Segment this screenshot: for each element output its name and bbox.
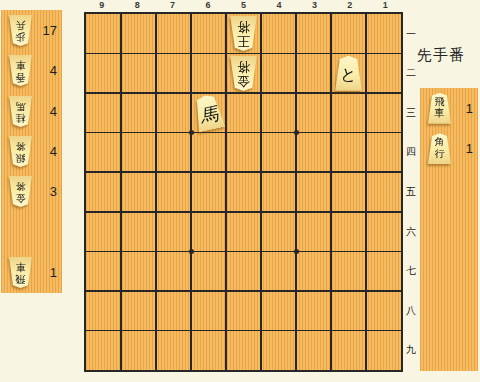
square-67[interactable] [191, 251, 226, 291]
gote-hand-count-銀将: 4 [50, 144, 57, 159]
piece-kanji: 金 [237, 74, 250, 88]
hoshi-dot [294, 249, 299, 254]
rank-label-8: 八 [404, 291, 418, 331]
square-96[interactable] [86, 212, 121, 252]
piece-kanji: 将 [237, 20, 250, 34]
shogi-board: 王将金将馬と [84, 12, 403, 372]
occupied-square-22: と [331, 54, 366, 94]
grid-line-horizontal [86, 171, 401, 173]
piece-wrapper: 王将 [226, 14, 261, 54]
square-14[interactable] [366, 133, 401, 173]
square-37[interactable] [296, 251, 331, 291]
piece-kanji: 車 [435, 107, 445, 119]
shogi-piece-香車-gote[interactable]: 香車 [8, 55, 33, 86]
piece-wrapper: 銀将 [8, 136, 33, 167]
sente-hand-tray: 飛車1角行1 [420, 88, 478, 371]
occupied-square-63: 馬 [191, 93, 226, 133]
square-35[interactable] [296, 172, 331, 212]
rank-label-1: 一 [404, 14, 418, 54]
shogi-piece-馬-sente[interactable]: 馬 [191, 93, 227, 133]
sente-hand-slot [420, 331, 478, 371]
occupied-square-51: 王将 [226, 14, 261, 54]
square-13[interactable] [366, 93, 401, 133]
turn-indicator: 先手番 [417, 46, 465, 65]
square-15[interactable] [366, 172, 401, 212]
file-label-5: 5 [226, 0, 261, 11]
square-99[interactable] [86, 330, 121, 370]
square-64[interactable] [191, 133, 226, 173]
square-16[interactable] [366, 212, 401, 252]
square-49[interactable] [261, 330, 296, 370]
square-59[interactable] [226, 330, 261, 370]
rank-label-6: 六 [404, 212, 418, 252]
rank-label-2: 二 [404, 54, 418, 94]
piece-kanji: 桂 [16, 112, 26, 124]
piece-wrapper: 桂馬 [8, 96, 33, 127]
square-72[interactable] [156, 54, 191, 94]
square-69[interactable] [191, 330, 226, 370]
piece-wrapper: 飛車 [8, 257, 33, 288]
shogi-piece-王将-gote[interactable]: 王将 [229, 16, 258, 51]
square-39[interactable] [296, 330, 331, 370]
sente-hand-slot: 飛車1 [420, 88, 478, 128]
piece-kanji: 歩 [16, 31, 26, 43]
square-17[interactable] [366, 251, 401, 291]
piece-kanji: 金 [16, 193, 26, 205]
piece-kanji: 馬 [198, 104, 219, 125]
piece-wrapper: 飛車 [427, 93, 452, 124]
square-76[interactable] [156, 212, 191, 252]
shogi-piece-歩兵-gote[interactable]: 歩兵 [8, 15, 33, 46]
file-label-1: 1 [368, 0, 403, 11]
gote-hand-count-金将: 3 [50, 184, 57, 199]
piece-wrapper: 金将 [8, 176, 33, 207]
square-31[interactable] [296, 14, 331, 54]
square-73[interactable] [156, 93, 191, 133]
rank-label-5: 五 [404, 172, 418, 212]
square-91[interactable] [86, 14, 121, 54]
rank-label-3: 三 [404, 93, 418, 133]
square-32[interactable] [296, 54, 331, 94]
file-label-6: 6 [190, 0, 225, 11]
square-56[interactable] [226, 212, 261, 252]
piece-kanji: 香 [16, 72, 26, 84]
square-97[interactable] [86, 251, 121, 291]
square-38[interactable] [296, 291, 331, 331]
square-25[interactable] [331, 172, 366, 212]
square-24[interactable] [331, 133, 366, 173]
shogi-piece-金将-gote[interactable]: 金将 [8, 176, 33, 207]
gote-hand-slot: 金将3 [1, 172, 62, 212]
piece-kanji: 銀 [16, 152, 26, 164]
gote-hand-count-香車: 4 [50, 63, 57, 78]
piece-kanji: 車 [16, 60, 26, 72]
gote-hand-slot [1, 212, 62, 252]
square-61[interactable] [191, 14, 226, 54]
square-87[interactable] [121, 251, 156, 291]
square-42[interactable] [261, 54, 296, 94]
piece-wrapper: 馬 [191, 93, 226, 133]
hoshi-dot [294, 130, 299, 135]
shogi-piece-飛車-sente[interactable]: 飛車 [427, 93, 452, 124]
piece-wrapper: 香車 [8, 55, 33, 86]
square-21[interactable] [331, 14, 366, 54]
piece-kanji: と [340, 67, 356, 83]
square-95[interactable] [86, 172, 121, 212]
file-label-4: 4 [261, 0, 296, 11]
rank-labels: 一二三四五六七八九 [404, 14, 418, 370]
square-33[interactable] [296, 93, 331, 133]
grid-line-vertical [120, 14, 122, 370]
gote-hand-tray: 歩兵17香車4桂馬4銀将4金将3飛車1 [1, 10, 62, 293]
square-62[interactable] [191, 54, 226, 94]
square-44[interactable] [261, 133, 296, 173]
rank-label-4: 四 [404, 133, 418, 173]
piece-wrapper: と [331, 54, 366, 94]
shogi-piece-桂馬-gote[interactable]: 桂馬 [8, 96, 33, 127]
occupied-square-52: 金将 [226, 54, 261, 94]
square-53[interactable] [226, 93, 261, 133]
grid-line-horizontal [86, 251, 401, 253]
piece-wrapper: 金将 [226, 54, 261, 94]
square-29[interactable] [331, 330, 366, 370]
square-77[interactable] [156, 251, 191, 291]
file-label-2: 2 [332, 0, 367, 11]
gote-hand-count-桂馬: 4 [50, 104, 57, 119]
shogi-piece-銀将-gote[interactable]: 銀将 [8, 136, 33, 167]
gote-hand-slot: 銀将4 [1, 131, 62, 171]
piece-kanji: 将 [16, 181, 26, 193]
shogi-piece-と-sente[interactable]: と [334, 56, 363, 91]
square-71[interactable] [156, 14, 191, 54]
gote-hand-count-歩兵: 17 [43, 23, 57, 38]
piece-kanji: 王 [237, 34, 250, 48]
shogi-piece-飛車-gote[interactable]: 飛車 [8, 257, 33, 288]
rank-label-7: 七 [404, 251, 418, 291]
square-46[interactable] [261, 212, 296, 252]
square-78[interactable] [156, 291, 191, 331]
square-27[interactable] [331, 251, 366, 291]
square-28[interactable] [331, 291, 366, 331]
shogi-piece-角行-sente[interactable]: 角行 [427, 133, 452, 164]
rank-label-9: 九 [404, 330, 418, 370]
piece-kanji: 飛 [16, 274, 26, 286]
file-label-3: 3 [297, 0, 332, 11]
square-89[interactable] [121, 330, 156, 370]
square-48[interactable] [261, 291, 296, 331]
file-label-8: 8 [119, 0, 154, 11]
square-19[interactable] [366, 330, 401, 370]
sente-hand-slot [420, 169, 478, 209]
square-34[interactable] [296, 133, 331, 173]
grid-line-vertical [295, 14, 297, 370]
square-11[interactable] [366, 14, 401, 54]
square-36[interactable] [296, 212, 331, 252]
square-86[interactable] [121, 212, 156, 252]
sente-hand-slot [420, 290, 478, 330]
sente-hand-count-角行: 1 [466, 141, 473, 156]
square-57[interactable] [226, 251, 261, 291]
piece-kanji: 行 [435, 148, 445, 160]
grid-line-horizontal [86, 132, 401, 134]
square-88[interactable] [121, 291, 156, 331]
square-12[interactable] [366, 54, 401, 94]
shogi-diagram: 歩兵17香車4桂馬4銀将4金将3飛車1 987654321 王将金将馬と 一二三… [0, 0, 480, 382]
square-58[interactable] [226, 291, 261, 331]
grid-line-vertical [155, 14, 157, 370]
square-41[interactable] [261, 14, 296, 54]
square-47[interactable] [261, 251, 296, 291]
square-93[interactable] [86, 93, 121, 133]
square-66[interactable] [191, 212, 226, 252]
gote-hand-slot: 飛車1 [1, 253, 62, 293]
square-65[interactable] [191, 172, 226, 212]
sente-hand-count-飛車: 1 [466, 101, 473, 116]
hoshi-dot [189, 249, 194, 254]
square-92[interactable] [86, 54, 121, 94]
piece-kanji: 将 [16, 141, 26, 153]
file-labels: 987654321 [84, 0, 403, 11]
square-82[interactable] [121, 54, 156, 94]
square-75[interactable] [156, 172, 191, 212]
piece-kanji: 角 [435, 136, 445, 148]
square-84[interactable] [121, 133, 156, 173]
gote-hand-slot: 香車4 [1, 50, 62, 90]
gote-hand-count-飛車: 1 [50, 265, 57, 280]
gote-hand-slot: 歩兵17 [1, 10, 62, 50]
square-68[interactable] [191, 291, 226, 331]
square-26[interactable] [331, 212, 366, 252]
square-45[interactable] [261, 172, 296, 212]
square-23[interactable] [331, 93, 366, 133]
square-81[interactable] [121, 14, 156, 54]
gote-hand-slot: 桂馬4 [1, 91, 62, 131]
sente-hand-slot [420, 250, 478, 290]
sente-hand-slot: 角行1 [420, 128, 478, 168]
grid-line-horizontal [86, 211, 401, 213]
square-94[interactable] [86, 133, 121, 173]
grid-line-vertical [190, 14, 192, 370]
piece-kanji: 馬 [16, 101, 26, 113]
sente-hand-slot [420, 209, 478, 249]
grid-line-horizontal [86, 330, 401, 332]
square-74[interactable] [156, 133, 191, 173]
square-54[interactable] [226, 133, 261, 173]
square-83[interactable] [121, 93, 156, 133]
piece-kanji: 飛 [435, 96, 445, 108]
piece-kanji: 車 [16, 262, 26, 274]
square-98[interactable] [86, 291, 121, 331]
piece-wrapper: 歩兵 [8, 15, 33, 46]
square-79[interactable] [156, 330, 191, 370]
piece-wrapper: 角行 [427, 133, 452, 164]
grid-line-horizontal [86, 290, 401, 292]
square-55[interactable] [226, 172, 261, 212]
shogi-piece-金将-gote[interactable]: 金将 [229, 56, 258, 91]
square-43[interactable] [261, 93, 296, 133]
square-18[interactable] [366, 291, 401, 331]
piece-kanji: 兵 [16, 20, 26, 32]
file-label-9: 9 [84, 0, 119, 11]
file-label-7: 7 [155, 0, 190, 11]
square-85[interactable] [121, 172, 156, 212]
piece-kanji: 将 [237, 60, 250, 74]
